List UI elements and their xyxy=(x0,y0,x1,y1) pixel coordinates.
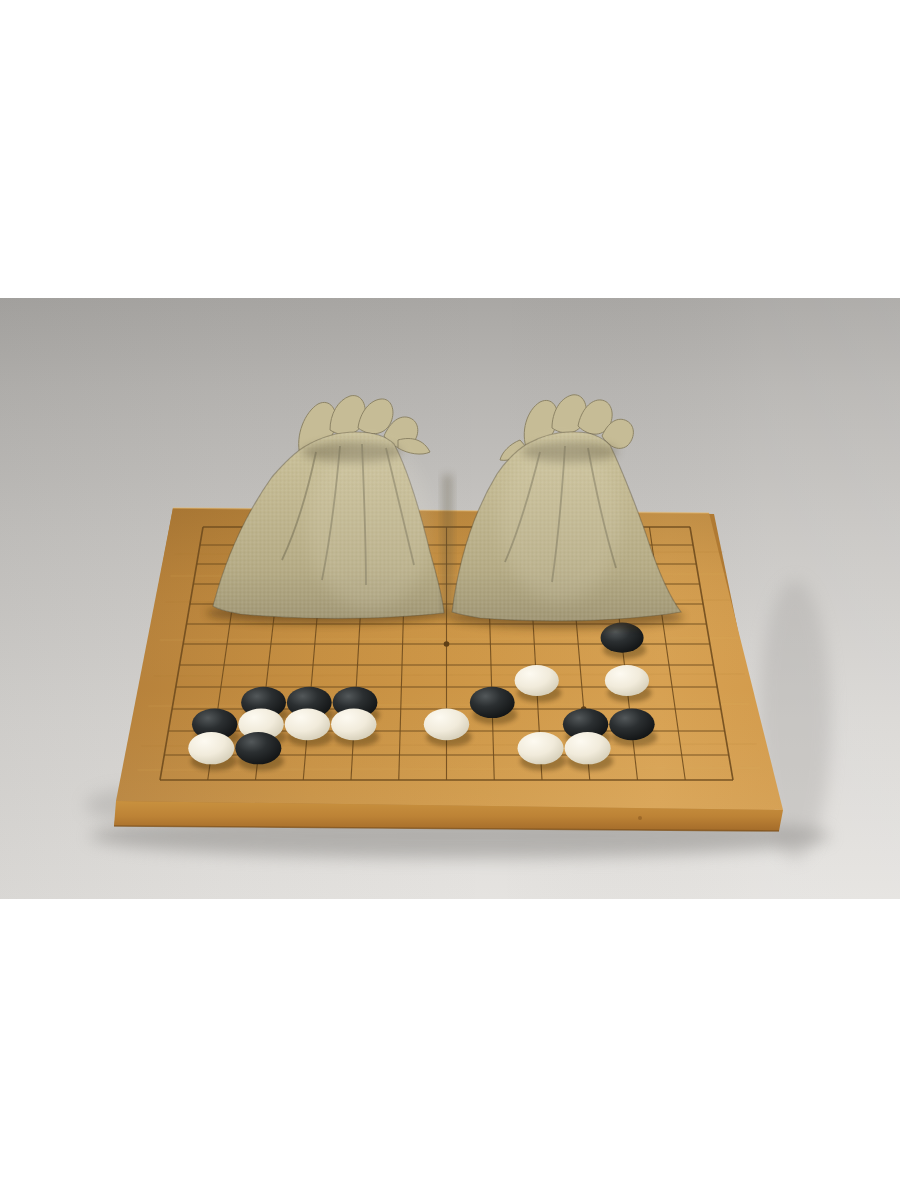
stone-body xyxy=(188,732,234,764)
stone-body xyxy=(235,732,281,764)
wood-knot xyxy=(638,816,642,820)
bottom-white-margin xyxy=(0,899,900,1200)
right-bag-highlight xyxy=(500,438,620,602)
top-white-margin xyxy=(0,0,900,298)
stone-body xyxy=(605,665,649,696)
bags-gap-shadow xyxy=(443,475,452,615)
stone-body xyxy=(470,687,515,718)
stone-body xyxy=(331,708,376,740)
stone-body xyxy=(285,708,330,740)
left-bag-highlight xyxy=(308,440,432,610)
star-point-7-7 xyxy=(444,641,450,647)
stone-body xyxy=(424,708,469,740)
stone-body xyxy=(515,665,559,696)
stone-body xyxy=(518,732,564,764)
stone-body xyxy=(609,708,654,740)
product-photo xyxy=(0,0,900,1200)
screenshot-root xyxy=(0,0,900,1200)
go-scene-svg xyxy=(0,0,900,1200)
stone-body xyxy=(565,732,611,764)
